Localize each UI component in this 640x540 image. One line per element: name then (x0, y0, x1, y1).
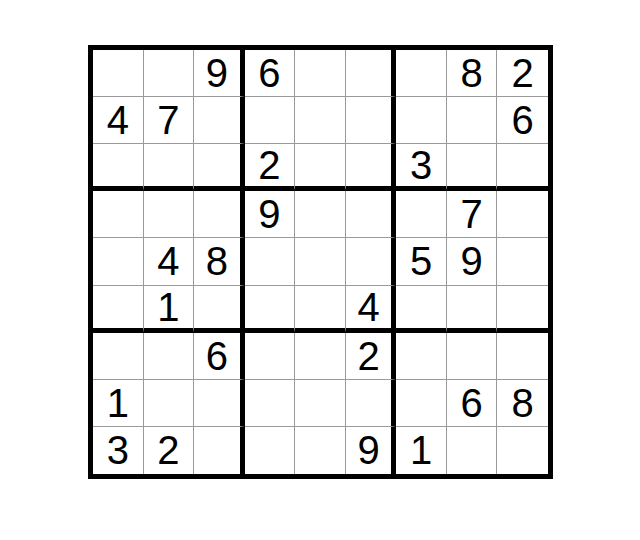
cell-r8c2[interactable] (144, 380, 195, 427)
cell-r4c9[interactable] (497, 191, 548, 238)
cell-r1c9[interactable]: 2 (497, 50, 548, 97)
cell-r8c7[interactable] (396, 380, 447, 427)
cell-r7c9[interactable] (497, 333, 548, 380)
cell-r6c8[interactable] (447, 286, 498, 333)
cell-r2c3[interactable] (194, 97, 245, 144)
cell-r5c7[interactable]: 5 (396, 238, 447, 285)
cell-r6c2[interactable]: 1 (144, 286, 195, 333)
cell-r3c3[interactable] (194, 144, 245, 191)
cell-r9c4[interactable] (245, 427, 296, 474)
cell-r8c1[interactable]: 1 (93, 380, 144, 427)
cell-r5c3[interactable]: 8 (194, 238, 245, 285)
cell-r3c7[interactable]: 3 (396, 144, 447, 191)
cell-r3c1[interactable] (93, 144, 144, 191)
cell-r6c3[interactable] (194, 286, 245, 333)
cell-r5c6[interactable] (346, 238, 397, 285)
cell-r1c8[interactable]: 8 (447, 50, 498, 97)
cell-r2c5[interactable] (295, 97, 346, 144)
cell-r4c2[interactable] (144, 191, 195, 238)
cell-r9c3[interactable] (194, 427, 245, 474)
cell-r2c1[interactable]: 4 (93, 97, 144, 144)
cell-r2c7[interactable] (396, 97, 447, 144)
cell-r6c4[interactable] (245, 286, 296, 333)
cell-r7c7[interactable] (396, 333, 447, 380)
cell-r9c6[interactable]: 9 (346, 427, 397, 474)
cell-r9c1[interactable]: 3 (93, 427, 144, 474)
cell-r3c8[interactable] (447, 144, 498, 191)
cell-r1c7[interactable] (396, 50, 447, 97)
cell-r5c9[interactable] (497, 238, 548, 285)
cell-r5c1[interactable] (93, 238, 144, 285)
cell-r7c8[interactable] (447, 333, 498, 380)
cell-r4c4[interactable]: 9 (245, 191, 296, 238)
cell-r4c3[interactable] (194, 191, 245, 238)
cell-r2c6[interactable] (346, 97, 397, 144)
cell-r7c3[interactable]: 6 (194, 333, 245, 380)
cell-r6c7[interactable] (396, 286, 447, 333)
cell-r4c5[interactable] (295, 191, 346, 238)
cell-r9c5[interactable] (295, 427, 346, 474)
cell-r6c9[interactable] (497, 286, 548, 333)
cell-r1c2[interactable] (144, 50, 195, 97)
cell-r8c9[interactable]: 8 (497, 380, 548, 427)
cell-r2c8[interactable] (447, 97, 498, 144)
cell-r8c6[interactable] (346, 380, 397, 427)
cell-r5c5[interactable] (295, 238, 346, 285)
cell-r7c2[interactable] (144, 333, 195, 380)
sudoku-board: 96824762397485914621683291 (88, 45, 553, 479)
cell-r7c1[interactable] (93, 333, 144, 380)
cell-r6c5[interactable] (295, 286, 346, 333)
cell-r1c4[interactable]: 6 (245, 50, 296, 97)
cell-r3c9[interactable] (497, 144, 548, 191)
cell-r1c3[interactable]: 9 (194, 50, 245, 97)
cell-r3c5[interactable] (295, 144, 346, 191)
cell-r2c4[interactable] (245, 97, 296, 144)
cell-r2c2[interactable]: 7 (144, 97, 195, 144)
cell-r2c9[interactable]: 6 (497, 97, 548, 144)
cell-r7c5[interactable] (295, 333, 346, 380)
cell-r3c2[interactable] (144, 144, 195, 191)
cell-r7c4[interactable] (245, 333, 296, 380)
cell-r9c7[interactable]: 1 (396, 427, 447, 474)
cell-r8c8[interactable]: 6 (447, 380, 498, 427)
cell-r4c1[interactable] (93, 191, 144, 238)
cell-r6c1[interactable] (93, 286, 144, 333)
cell-r5c8[interactable]: 9 (447, 238, 498, 285)
sudoku-page: 96824762397485914621683291 (0, 0, 640, 540)
cell-r7c6[interactable]: 2 (346, 333, 397, 380)
cell-r1c5[interactable] (295, 50, 346, 97)
cell-r8c5[interactable] (295, 380, 346, 427)
cell-r6c6[interactable]: 4 (346, 286, 397, 333)
cell-r4c7[interactable] (396, 191, 447, 238)
cell-r4c8[interactable]: 7 (447, 191, 498, 238)
cell-r8c3[interactable] (194, 380, 245, 427)
cell-r5c2[interactable]: 4 (144, 238, 195, 285)
cell-r9c8[interactable] (447, 427, 498, 474)
cell-r4c6[interactable] (346, 191, 397, 238)
cell-r9c9[interactable] (497, 427, 548, 474)
cell-r3c6[interactable] (346, 144, 397, 191)
cell-r3c4[interactable]: 2 (245, 144, 296, 191)
cell-r1c1[interactable] (93, 50, 144, 97)
cell-r9c2[interactable]: 2 (144, 427, 195, 474)
cell-r8c4[interactable] (245, 380, 296, 427)
cell-r5c4[interactable] (245, 238, 296, 285)
cell-r1c6[interactable] (346, 50, 397, 97)
